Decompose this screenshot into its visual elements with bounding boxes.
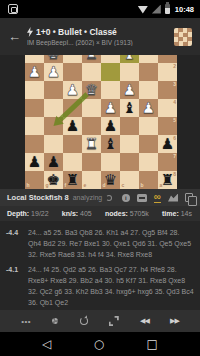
engine-status: analyzing	[73, 194, 103, 201]
square-c7[interactable]	[120, 153, 139, 171]
line-eval: -4.4	[6, 227, 28, 260]
square-e2[interactable]	[82, 63, 101, 81]
android-home-button[interactable]: ○	[94, 332, 104, 356]
square-h3[interactable]	[25, 81, 44, 99]
square-f3[interactable]: ♟	[63, 81, 82, 99]
square-e1[interactable]: ♜	[82, 55, 101, 63]
white-pawn-f3: ♟	[63, 81, 82, 99]
black-pawn-d5: ♟	[101, 117, 120, 135]
square-b5[interactable]	[139, 117, 158, 135]
file-label-c: c	[122, 183, 125, 188]
square-e8[interactable]: e	[82, 171, 101, 189]
square-d5[interactable]: ♟	[101, 117, 120, 135]
board-settings-icon[interactable]	[174, 28, 192, 46]
settings-gear-icon[interactable]	[52, 318, 58, 324]
black-pawn-h7: ♟	[25, 153, 44, 171]
white-pawn-d4: ♟	[101, 99, 120, 117]
square-g3[interactable]	[44, 81, 63, 99]
lichess-analysis-screen: 10:48 ← 1+0 • Bullet • Classé IM BeepBee…	[0, 0, 200, 356]
white-rook-e6: ♜	[82, 135, 101, 153]
square-d6[interactable]: ♝	[101, 135, 120, 153]
square-h4[interactable]	[25, 99, 44, 117]
rank-label-6: 6	[173, 136, 176, 141]
white-rook-e1: ♜	[82, 55, 101, 63]
stat-time: time: 14s	[162, 210, 192, 217]
square-a7[interactable]: 7	[158, 153, 177, 171]
square-a5[interactable]: 5	[158, 117, 177, 135]
line-moves: 24... f4 25. Qd2 a5 26. Ba3 Qc7 27. h4 R…	[28, 264, 194, 308]
stat-kns: kn/s: 405	[62, 210, 92, 217]
fast-backward-button[interactable]: ◀◀	[140, 317, 149, 325]
square-f2[interactable]	[63, 63, 82, 81]
android-recents-button[interactable]: □	[146, 332, 157, 356]
square-b8[interactable]: b	[139, 171, 158, 189]
square-e3[interactable]: ♛	[82, 81, 101, 99]
no-sim-icon	[152, 5, 161, 14]
square-g2[interactable]: ♟	[44, 63, 63, 81]
square-g4[interactable]	[44, 99, 63, 117]
white-pawn-b4: ♟	[139, 99, 158, 117]
fast-forward-button[interactable]: ▶▶	[170, 317, 179, 325]
rank-label-4: 4	[173, 100, 176, 105]
square-a3[interactable]: 3	[158, 81, 177, 99]
square-g7[interactable]: ♟	[44, 153, 63, 171]
square-e6[interactable]: ♜	[82, 135, 101, 153]
square-b3[interactable]	[139, 81, 158, 99]
square-b1[interactable]	[139, 55, 158, 63]
battery-icon	[165, 4, 170, 14]
square-e7[interactable]	[82, 153, 101, 171]
white-queen-e3: ♛	[82, 81, 101, 99]
bottom-toolbar: ••• ◀◀ ▶▶	[0, 310, 200, 332]
analysis-lines: -4.424... a5 25. Ba3 Qb8 26. Kh1 a4 27. …	[0, 221, 200, 310]
square-c1[interactable]: ♝	[120, 55, 139, 63]
collapse-icon[interactable]	[109, 316, 119, 326]
players-subtitle: IM BeepBeepI... (2602) × BIV (1913)	[27, 39, 168, 46]
square-f6[interactable]	[63, 135, 82, 153]
eval-chart-icon[interactable]	[168, 194, 178, 202]
rank-label-5: 5	[173, 118, 176, 123]
white-pawn-g2: ♟	[44, 63, 63, 81]
file-label-a: a	[160, 183, 163, 188]
black-pawn-g7: ♟	[44, 153, 63, 171]
square-c4[interactable]: ♝	[120, 99, 139, 117]
bullet-lightning-icon	[27, 27, 33, 37]
square-b7[interactable]	[139, 153, 158, 171]
square-d7[interactable]	[101, 153, 120, 171]
square-c3[interactable]: ♟	[120, 81, 139, 99]
square-d2[interactable]	[101, 63, 120, 81]
square-c8[interactable]: c	[120, 171, 139, 189]
white-pawn-c3: ♟	[120, 81, 139, 99]
stat-depth: Depth: 19/22	[7, 210, 49, 217]
file-label-g: g	[46, 183, 49, 188]
android-back-button[interactable]: ◁	[42, 332, 51, 356]
square-a4[interactable]: 4	[158, 99, 177, 117]
file-label-h: h	[27, 183, 30, 188]
file-label-f: f	[65, 183, 67, 188]
engine-bar: Local Stockfish 8 analyzing i ∞	[0, 189, 200, 206]
notation-pages-icon[interactable]	[185, 193, 193, 202]
square-b6[interactable]	[139, 135, 158, 153]
square-f4[interactable]	[63, 99, 82, 117]
file-label-d: d	[103, 183, 106, 188]
wifi-icon	[138, 5, 148, 14]
file-label-e: e	[84, 183, 87, 188]
android-nav-bar: ◁ ○ □	[0, 332, 200, 356]
file-label-b: b	[141, 183, 144, 188]
black-bishop-d6: ♝	[101, 135, 120, 153]
square-g6[interactable]	[44, 135, 63, 153]
square-c5[interactable]	[120, 117, 139, 135]
white-pawn-h2: ♟	[25, 63, 44, 81]
clock-time: 10:48	[175, 5, 194, 14]
engine-chip-icon[interactable]	[137, 194, 147, 202]
engine-name: Local Stockfish 8	[7, 193, 69, 202]
stat-nodes: nodes: 5705k	[105, 210, 149, 217]
square-h5[interactable]	[25, 117, 44, 135]
square-a2[interactable]: 2	[158, 63, 177, 81]
square-b4[interactable]: ♟	[139, 99, 158, 117]
square-c2[interactable]	[120, 63, 139, 81]
white-king-g1: ♚	[44, 55, 63, 63]
white-bishop-c1: ♝	[120, 55, 139, 63]
engine-line-1[interactable]: -4.424... a5 25. Ba3 Qb8 26. Kh1 a4 27. …	[6, 227, 194, 260]
chess-board[interactable]: ♚♜♝1♟♟2♟♛♟3♟♝♟4♟♟5♜♝♟6♟♟7h♚g♜fe♛dcb♜8a	[25, 55, 177, 189]
engine-stats-row: Depth: 19/22kn/s: 405nodes: 5705ktime: 1…	[0, 206, 200, 221]
spinner-icon	[106, 195, 112, 201]
black-bishop-c4: ♝	[120, 99, 139, 117]
rank-label-8: 8	[173, 172, 176, 177]
square-a6[interactable]: ♟6	[158, 135, 177, 153]
square-b2[interactable]	[139, 63, 158, 81]
square-a8[interactable]: ♜8a	[158, 171, 177, 189]
screenshot-notification-icon	[8, 4, 18, 14]
line-eval: -4.1	[6, 264, 28, 308]
flip-refresh-icon[interactable]	[80, 317, 88, 325]
square-g1[interactable]: ♚	[44, 55, 63, 63]
square-d8[interactable]: ♛d	[101, 171, 120, 189]
game-title: 1+0 • Bullet • Classé	[36, 27, 117, 37]
square-g5[interactable]	[44, 117, 63, 135]
rank-label-2: 2	[173, 64, 176, 69]
engine-line-2[interactable]: -4.124... f4 25. Qd2 a5 26. Ba3 Qc7 27. …	[6, 264, 194, 308]
square-e5[interactable]	[82, 117, 101, 135]
square-c6[interactable]	[120, 135, 139, 153]
line-moves: 24... a5 25. Ba3 Qb8 26. Kh1 a4 27. Qg5 …	[28, 227, 194, 260]
square-h1[interactable]	[25, 55, 44, 63]
black-pawn-f5: ♟	[63, 117, 82, 135]
info-icon[interactable]: i	[122, 194, 130, 202]
square-f8[interactable]: ♜f	[63, 171, 82, 189]
status-bar: 10:48	[0, 0, 200, 18]
board-area: ♚♜♝1♟♟2♟♛♟3♟♝♟4♟♟5♜♝♟6♟♟7h♚g♜fe♛dcb♜8a	[0, 55, 200, 189]
more-options-icon[interactable]: •••	[21, 317, 31, 326]
square-h7[interactable]: ♟	[25, 153, 44, 171]
square-f1[interactable]	[63, 55, 82, 63]
square-h2[interactable]: ♟	[25, 63, 44, 81]
square-g8[interactable]: ♚g	[44, 171, 63, 189]
square-e4[interactable]	[82, 99, 101, 117]
back-arrow-icon[interactable]: ←	[0, 18, 27, 55]
square-d3[interactable]	[101, 81, 120, 99]
square-f5[interactable]: ♟	[63, 117, 82, 135]
square-a1[interactable]: 1	[158, 55, 177, 63]
rank-label-7: 7	[173, 154, 176, 159]
app-header: ← 1+0 • Bullet • Classé IM BeepBeepI... …	[0, 18, 200, 55]
square-d4[interactable]: ♟	[101, 99, 120, 117]
square-h8[interactable]: h	[25, 171, 44, 189]
square-h6[interactable]	[25, 135, 44, 153]
rank-label-3: 3	[173, 82, 176, 87]
square-f7[interactable]	[63, 153, 82, 171]
square-d1[interactable]	[101, 55, 120, 63]
infinite-analysis-icon[interactable]: ∞	[154, 192, 161, 203]
